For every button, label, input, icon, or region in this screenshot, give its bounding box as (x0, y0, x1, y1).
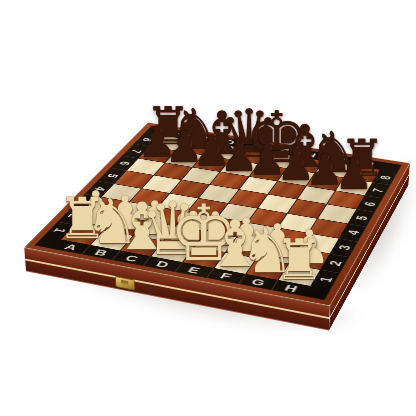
piece-white-rook[interactable]: ♜ (274, 232, 324, 288)
piece-black-pawn[interactable]: ♟ (335, 153, 374, 196)
pieces-layer: ♜♞♝♛♚♝♞♜♟♟♟♟♟♟♟♟♟♟♟♟♟♟♟♟♜♞♝♛♚♝♞♜ (0, 0, 416, 416)
product-photo-canvas: ABCDEFGH ABCDEFGH 87654321 87654321 ♜♞♝♛… (0, 0, 416, 416)
